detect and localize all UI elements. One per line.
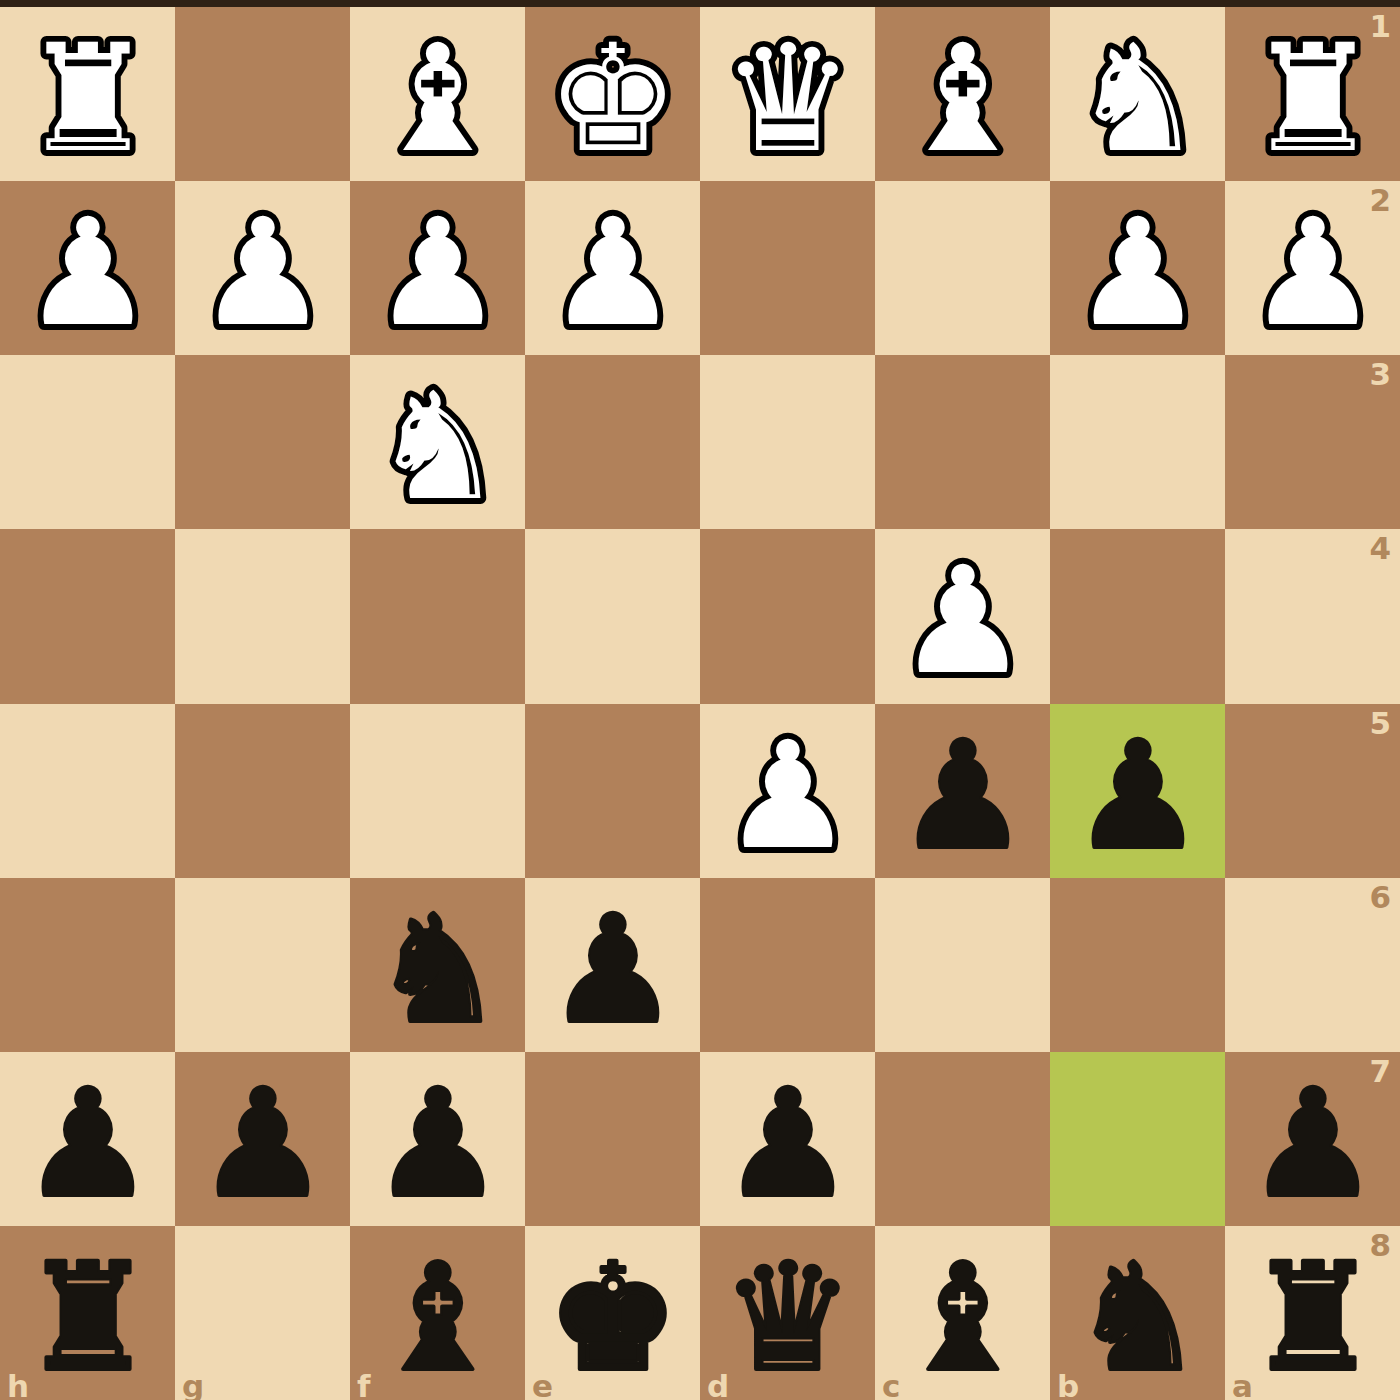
square-d4[interactable]	[700, 529, 875, 703]
square-e5[interactable]	[525, 704, 700, 878]
svg-text:♚: ♚	[546, 13, 679, 186]
svg-text:♜: ♜	[1246, 13, 1379, 186]
black-bishop-piece[interactable]: ♝	[352, 1227, 524, 1399]
square-e2[interactable]: ♟	[525, 181, 700, 355]
black-knight-piece[interactable]: ♞	[352, 879, 524, 1051]
square-g8[interactable]: g	[175, 1226, 350, 1400]
square-c8[interactable]: ♝c	[875, 1226, 1050, 1400]
svg-text:♟: ♟	[546, 187, 679, 360]
black-pawn-piece[interactable]: ♟	[702, 1053, 874, 1225]
svg-text:♞: ♞	[1071, 1231, 1204, 1400]
rank-label-7: 7	[1369, 1054, 1391, 1088]
rank-label-8: 8	[1369, 1228, 1391, 1262]
svg-text:♟: ♟	[1246, 1057, 1379, 1230]
square-c6[interactable]	[875, 878, 1050, 1052]
svg-text:♝: ♝	[896, 1231, 1029, 1400]
square-g2[interactable]: ♟	[175, 181, 350, 355]
square-b8[interactable]: ♞b	[1050, 1226, 1225, 1400]
square-d7[interactable]: ♟	[700, 1052, 875, 1226]
square-a5[interactable]: 5	[1225, 704, 1400, 878]
square-c2[interactable]	[875, 181, 1050, 355]
square-a7[interactable]: ♟7	[1225, 1052, 1400, 1226]
square-a3[interactable]: 3	[1225, 355, 1400, 529]
white-bishop-piece[interactable]: ♝	[352, 8, 524, 180]
svg-text:♟: ♟	[1246, 187, 1379, 360]
white-pawn-piece[interactable]: ♟	[1052, 182, 1224, 354]
chess-board: ♜♝♚♛♝♞♜1♟♟♟♟♟♟2♞3♟4♟♟♟5♞♟6♟♟♟♟♟7♜hg♝f♚e♛…	[0, 7, 1400, 1400]
svg-text:♟: ♟	[1071, 709, 1204, 882]
svg-text:♛: ♛	[721, 1231, 854, 1400]
svg-text:♞: ♞	[371, 883, 504, 1056]
white-queen-piece[interactable]: ♛	[702, 8, 874, 180]
svg-text:♞: ♞	[371, 361, 504, 534]
black-pawn-piece[interactable]: ♟	[177, 1053, 349, 1225]
rank-label-5: 5	[1369, 706, 1391, 740]
square-b7[interactable]	[1050, 1052, 1225, 1226]
square-a6[interactable]: 6	[1225, 878, 1400, 1052]
file-label-d: d	[707, 1369, 729, 1400]
square-a4[interactable]: 4	[1225, 529, 1400, 703]
square-d6[interactable]	[700, 878, 875, 1052]
svg-text:♚: ♚	[546, 1231, 679, 1400]
white-king-piece[interactable]: ♚	[527, 8, 699, 180]
square-h4[interactable]	[0, 529, 175, 703]
file-label-g: g	[182, 1369, 204, 1400]
square-e1[interactable]: ♚	[525, 7, 700, 181]
square-h5[interactable]	[0, 704, 175, 878]
svg-text:♝: ♝	[896, 13, 1029, 186]
svg-text:♛: ♛	[721, 13, 854, 186]
square-f3[interactable]: ♞	[350, 355, 525, 529]
square-c3[interactable]	[875, 355, 1050, 529]
square-f1[interactable]: ♝	[350, 7, 525, 181]
square-h1[interactable]: ♜	[0, 7, 175, 181]
svg-text:♝: ♝	[371, 1231, 504, 1400]
white-knight-piece[interactable]: ♞	[352, 356, 524, 528]
square-c4[interactable]: ♟	[875, 529, 1050, 703]
black-bishop-piece[interactable]: ♝	[877, 1227, 1049, 1399]
rank-label-6: 6	[1369, 880, 1391, 914]
square-g5[interactable]	[175, 704, 350, 878]
square-c1[interactable]: ♝	[875, 7, 1050, 181]
square-e4[interactable]	[525, 529, 700, 703]
square-g7[interactable]: ♟	[175, 1052, 350, 1226]
square-f5[interactable]	[350, 704, 525, 878]
svg-text:♜: ♜	[21, 13, 154, 186]
square-c7[interactable]	[875, 1052, 1050, 1226]
square-b5[interactable]: ♟	[1050, 704, 1225, 878]
square-h6[interactable]	[0, 878, 175, 1052]
svg-text:♟: ♟	[896, 709, 1029, 882]
svg-text:♟: ♟	[546, 883, 679, 1056]
square-f4[interactable]	[350, 529, 525, 703]
rank-label-4: 4	[1369, 531, 1391, 565]
square-h8[interactable]: ♜h	[0, 1226, 175, 1400]
square-f8[interactable]: ♝f	[350, 1226, 525, 1400]
black-pawn-piece[interactable]: ♟	[1052, 705, 1224, 877]
square-e7[interactable]	[525, 1052, 700, 1226]
square-d3[interactable]	[700, 355, 875, 529]
white-pawn-piece[interactable]: ♟	[2, 182, 174, 354]
rank-label-2: 2	[1369, 183, 1391, 217]
square-b2[interactable]: ♟	[1050, 181, 1225, 355]
square-h7[interactable]: ♟	[0, 1052, 175, 1226]
black-pawn-piece[interactable]: ♟	[2, 1053, 174, 1225]
white-pawn-piece[interactable]: ♟	[352, 182, 524, 354]
black-pawn-piece[interactable]: ♟	[877, 705, 1049, 877]
square-b4[interactable]	[1050, 529, 1225, 703]
svg-text:♜: ♜	[21, 1231, 154, 1400]
svg-text:♟: ♟	[896, 535, 1029, 708]
square-c5[interactable]: ♟	[875, 704, 1050, 878]
square-h2[interactable]: ♟	[0, 181, 175, 355]
svg-text:♝: ♝	[371, 13, 504, 186]
svg-text:♟: ♟	[721, 709, 854, 882]
square-f2[interactable]: ♟	[350, 181, 525, 355]
svg-text:♜: ♜	[1246, 1231, 1379, 1400]
white-pawn-piece[interactable]: ♟	[177, 182, 349, 354]
rank-label-3: 3	[1369, 357, 1391, 391]
square-g1[interactable]	[175, 7, 350, 181]
square-b1[interactable]: ♞	[1050, 7, 1225, 181]
white-bishop-piece[interactable]: ♝	[877, 8, 1049, 180]
svg-text:♟: ♟	[21, 187, 154, 360]
svg-text:♟: ♟	[371, 1057, 504, 1230]
square-d1[interactable]: ♛	[700, 7, 875, 181]
black-pawn-piece[interactable]: ♟	[352, 1053, 524, 1225]
window-top-edge	[0, 0, 1400, 7]
file-label-e: e	[532, 1369, 553, 1400]
square-d2[interactable]	[700, 181, 875, 355]
square-a8[interactable]: ♜8a	[1225, 1226, 1400, 1400]
svg-text:♟: ♟	[1071, 187, 1204, 360]
square-e3[interactable]	[525, 355, 700, 529]
square-g4[interactable]	[175, 529, 350, 703]
square-d5[interactable]: ♟	[700, 704, 875, 878]
square-g6[interactable]	[175, 878, 350, 1052]
svg-text:♟: ♟	[196, 187, 329, 360]
file-label-c: c	[882, 1369, 900, 1400]
file-label-b: b	[1057, 1369, 1079, 1400]
file-label-h: h	[7, 1369, 29, 1400]
white-pawn-piece[interactable]: ♟	[702, 705, 874, 877]
svg-text:♟: ♟	[371, 187, 504, 360]
rank-label-1: 1	[1369, 9, 1391, 43]
file-label-f: f	[357, 1369, 371, 1400]
svg-text:♟: ♟	[721, 1057, 854, 1230]
black-pawn-piece[interactable]: ♟	[527, 879, 699, 1051]
square-g3[interactable]	[175, 355, 350, 529]
square-f6[interactable]: ♞	[350, 878, 525, 1052]
svg-text:♟: ♟	[21, 1057, 154, 1230]
square-b6[interactable]	[1050, 878, 1225, 1052]
svg-text:♞: ♞	[1071, 13, 1204, 186]
square-e8[interactable]: ♚e	[525, 1226, 700, 1400]
white-pawn-piece[interactable]: ♟	[527, 182, 699, 354]
svg-text:♟: ♟	[196, 1057, 329, 1230]
square-f7[interactable]: ♟	[350, 1052, 525, 1226]
white-rook-piece[interactable]: ♜	[2, 8, 174, 180]
square-a2[interactable]: ♟2	[1225, 181, 1400, 355]
square-b3[interactable]	[1050, 355, 1225, 529]
square-h3[interactable]	[0, 355, 175, 529]
square-d8[interactable]: ♛d	[700, 1226, 875, 1400]
square-e6[interactable]: ♟	[525, 878, 700, 1052]
white-pawn-piece[interactable]: ♟	[877, 530, 1049, 702]
white-knight-piece[interactable]: ♞	[1052, 8, 1224, 180]
square-a1[interactable]: ♜1	[1225, 7, 1400, 181]
file-label-a: a	[1232, 1369, 1253, 1400]
